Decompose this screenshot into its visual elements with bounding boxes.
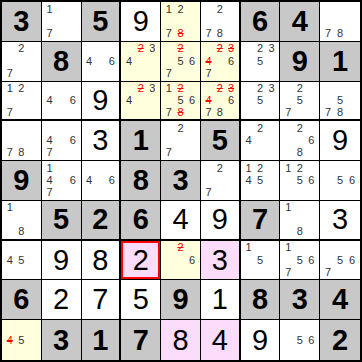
given-digit: 3	[172, 166, 188, 195]
cell-r9c2[interactable]: 3	[42, 320, 82, 360]
candidate-slot-empty	[16, 214, 28, 226]
candidate-3: 3	[147, 43, 159, 55]
candidate-4: 4	[243, 135, 255, 147]
candidate-7: 7	[4, 67, 16, 79]
candidate-grid: 278	[203, 3, 237, 40]
candidate-slot-empty	[254, 187, 266, 199]
candidate-4: 4	[243, 174, 255, 186]
cell-r4c8[interactable]: 268	[280, 121, 320, 161]
candidate-slot-empty	[186, 83, 198, 95]
candidate-slot-empty	[16, 242, 28, 254]
candidate-slot-empty	[163, 122, 175, 134]
candidate-slot-empty	[294, 346, 306, 359]
cell-r6c2[interactable]: 5	[42, 201, 82, 241]
candidate-slot-empty	[266, 187, 278, 199]
cell-r3c8[interactable]: 257	[280, 82, 320, 122]
candidate-slot-empty	[282, 122, 294, 134]
eliminated-candidate-2: 2	[214, 83, 225, 95]
candidate-slot-empty	[294, 242, 306, 254]
candidate-slot-empty	[186, 67, 198, 79]
candidate-slot-empty	[266, 55, 278, 67]
candidate-grid: 24	[243, 122, 278, 159]
candidate-2: 2	[294, 83, 306, 95]
candidate-slot-empty	[27, 266, 39, 278]
candidate-7: 7	[44, 28, 56, 40]
cell-r4c3[interactable]: 3	[82, 121, 122, 161]
cell-r3c7[interactable]: 235	[241, 82, 281, 122]
candidate-grid: 46	[84, 162, 118, 199]
candidate-slot-empty	[322, 162, 334, 174]
candidate-grid: 15	[243, 242, 278, 279]
cell-r7c7[interactable]: 15	[241, 241, 281, 281]
candidate-slot-empty	[123, 43, 135, 55]
candidate-slot-empty	[135, 67, 147, 79]
cell-r8c8[interactable]: 3	[280, 280, 320, 320]
candidate-grid: 18	[4, 202, 39, 238]
given-digit: 9	[13, 166, 29, 195]
candidate-slot-empty	[135, 55, 147, 67]
candidate-slot-empty	[175, 15, 187, 27]
candidate-slot-empty	[266, 147, 278, 159]
cell-r5c5[interactable]: 3	[161, 161, 201, 201]
candidate-slot-empty	[203, 15, 214, 27]
candidate-slot-empty	[4, 55, 16, 67]
candidate-grid: 23467	[203, 43, 237, 80]
cell-r9c6[interactable]: 4	[201, 320, 241, 360]
candidate-slot-empty	[27, 135, 39, 147]
candidate-slot-empty	[55, 187, 67, 199]
cell-r7c6[interactable]: 3	[201, 241, 241, 281]
cell-r6c1[interactable]: 18	[2, 201, 42, 241]
eliminated-candidate-2: 2	[214, 43, 225, 55]
candidate-grid: 46	[84, 43, 118, 80]
cell-r6c5[interactable]: 4	[161, 201, 201, 241]
given-digit: 1	[133, 126, 149, 155]
candidate-slot-empty	[55, 106, 67, 118]
candidate-slot-empty	[55, 83, 67, 95]
cell-r1c5[interactable]: 1278	[161, 2, 201, 42]
candidate-slot-empty	[27, 346, 39, 359]
candidate-slot-empty	[4, 226, 16, 238]
candidate-slot-empty	[225, 187, 236, 199]
given-digit: 6	[133, 205, 149, 234]
candidate-slot-empty	[67, 187, 79, 199]
candidate-slot-empty	[346, 28, 358, 40]
candidate-slot-empty	[266, 162, 278, 174]
candidate-slot-empty	[27, 334, 39, 347]
candidate-slot-empty	[123, 67, 135, 79]
candidate-slot-empty	[306, 83, 318, 95]
given-digit: 5	[92, 7, 108, 36]
candidate-slot-empty	[346, 15, 358, 27]
candidate-slot-empty	[16, 346, 28, 359]
candidate-5: 5	[294, 254, 306, 266]
candidate-slot-empty	[203, 174, 214, 186]
candidate-1: 1	[282, 202, 294, 214]
candidate-7: 7	[44, 187, 56, 199]
candidate-slot-empty	[306, 321, 318, 334]
candidate-6: 6	[306, 174, 318, 186]
candidate-grid: 234678	[203, 83, 237, 119]
candidate-slot-empty	[55, 122, 67, 134]
cell-r1c2[interactable]: 17	[42, 2, 82, 42]
candidate-slot-empty	[27, 122, 39, 134]
given-digit: 5	[53, 205, 69, 234]
candidate-slot-empty	[266, 122, 278, 134]
candidate-2: 2	[214, 3, 225, 15]
candidate-6: 6	[306, 254, 318, 266]
candidate-slot-empty	[147, 106, 159, 118]
cell-r7c9[interactable]: 567	[320, 241, 360, 281]
cell-r8c4[interactable]: 5	[121, 280, 161, 320]
cell-r9c8[interactable]: 56	[280, 320, 320, 360]
candidate-slot-empty	[322, 174, 334, 186]
candidate-slot-empty	[4, 266, 16, 278]
given-digit: 7	[252, 205, 268, 234]
cell-r4c2[interactable]: 467	[42, 121, 82, 161]
candidate-slot-empty	[67, 28, 79, 40]
cell-r2c2[interactable]: 8	[42, 42, 82, 82]
cell-r6c3[interactable]: 2	[82, 201, 122, 241]
given-digit: 1	[332, 47, 348, 76]
cell-r2c6[interactable]: 23467	[201, 42, 241, 82]
candidate-5: 5	[294, 334, 306, 347]
cell-r3c3[interactable]: 9	[82, 82, 122, 122]
candidate-grid: 56	[322, 162, 358, 199]
candidate-slot-empty	[282, 83, 294, 95]
candidate-slot-empty	[27, 202, 39, 214]
cell-r9c4[interactable]: 7	[121, 320, 161, 360]
candidate-7: 7	[203, 106, 214, 118]
candidate-grid: 1467	[44, 162, 79, 199]
candidate-slot-empty	[282, 135, 294, 147]
candidate-1: 1	[243, 162, 255, 174]
candidate-slot-empty	[294, 266, 306, 278]
candidate-slot-empty	[225, 15, 236, 27]
solved-digit: 2	[53, 285, 69, 314]
candidate-slot-empty	[147, 67, 159, 79]
eliminated-candidate-2: 2	[175, 242, 187, 254]
cell-r6c8[interactable]: 18	[280, 201, 320, 241]
given-digit: 3	[292, 285, 308, 314]
cell-r1c6[interactable]: 278	[201, 2, 241, 42]
given-digit: 6	[252, 7, 268, 36]
candidate-8: 8	[294, 147, 306, 159]
eliminated-candidate-2: 2	[135, 83, 147, 95]
candidate-slot-empty	[27, 254, 39, 266]
cell-r5c6[interactable]: 27	[201, 161, 241, 201]
candidate-slot-empty	[16, 266, 28, 278]
cell-r4c9[interactable]: 9	[320, 121, 360, 161]
cell-r5c9[interactable]: 56	[320, 161, 360, 201]
cell-r8c1[interactable]: 6	[2, 280, 42, 320]
cell-r8c7[interactable]: 8	[241, 280, 281, 320]
candidate-grid: 567	[322, 242, 358, 279]
candidate-8: 8	[334, 28, 346, 40]
candidate-5: 5	[16, 254, 28, 266]
candidate-5: 5	[254, 55, 266, 67]
cell-r2c7[interactable]: 235	[241, 42, 281, 82]
candidate-8: 8	[334, 106, 346, 118]
candidate-slot-empty	[27, 83, 39, 95]
candidate-slot-empty	[27, 106, 39, 118]
cell-r6c7[interactable]: 7	[241, 201, 281, 241]
candidate-7: 7	[322, 28, 334, 40]
cell-r2c4[interactable]: 234	[121, 42, 161, 82]
cell-r9c9[interactable]: 2	[320, 320, 360, 360]
candidate-slot-empty	[306, 187, 318, 199]
candidate-slot-empty	[67, 83, 79, 95]
candidate-6: 6	[67, 174, 79, 186]
candidate-4: 4	[84, 55, 95, 67]
candidate-slot-empty	[346, 106, 358, 118]
cell-r6c9[interactable]: 3	[320, 201, 360, 241]
candidate-7: 7	[163, 67, 175, 79]
cell-r3c5[interactable]: 125678	[161, 82, 201, 122]
cell-r1c7[interactable]: 6	[241, 2, 281, 42]
candidate-grid: 56	[282, 321, 317, 359]
candidate-slot-empty	[84, 162, 95, 174]
solved-digit: 9	[212, 205, 228, 234]
candidate-slot-empty	[4, 242, 16, 254]
candidate-slot-empty	[306, 106, 318, 118]
cell-r1c4[interactable]: 9	[121, 2, 161, 42]
eliminated-candidate-8: 8	[175, 28, 187, 40]
solved-digit: 9	[133, 7, 149, 36]
cell-r4c6[interactable]: 5	[201, 121, 241, 161]
cell-r5c3[interactable]: 46	[82, 161, 122, 201]
cell-r2c5[interactable]: 2567	[161, 42, 201, 82]
candidate-slot-empty	[175, 147, 187, 159]
solved-digit: 2	[133, 246, 149, 275]
candidate-1: 1	[44, 162, 56, 174]
cell-r3c4[interactable]: 234	[121, 82, 161, 122]
candidate-slot-empty	[67, 122, 79, 134]
candidate-slot-empty	[282, 174, 294, 186]
cell-r5c7[interactable]: 1245	[241, 161, 281, 201]
candidate-slot-empty	[282, 147, 294, 159]
candidate-slot-empty	[123, 83, 135, 95]
cell-r8c6[interactable]: 1	[201, 280, 241, 320]
given-digit: 9	[172, 285, 188, 314]
candidate-slot-empty	[282, 214, 294, 226]
candidate-7: 7	[322, 106, 334, 118]
candidate-1: 1	[163, 83, 175, 95]
candidate-slot-empty	[254, 67, 266, 79]
cell-r9c7[interactable]: 9	[241, 320, 281, 360]
cell-r5c2[interactable]: 1467	[42, 161, 82, 201]
candidate-slot-empty	[175, 135, 187, 147]
candidate-grid: 26	[163, 242, 198, 279]
cell-r2c3[interactable]: 46	[82, 42, 122, 82]
cell-r7c8[interactable]: 1567	[280, 241, 320, 281]
candidate-slot-empty	[67, 15, 79, 27]
cell-r7c4-selected[interactable]: 2	[121, 241, 161, 281]
cell-r7c5[interactable]: 26	[161, 241, 201, 281]
candidate-slot-empty	[55, 135, 67, 147]
cell-r4c7[interactable]: 24	[241, 121, 281, 161]
cell-r7c3[interactable]: 8	[82, 241, 122, 281]
candidate-slot-empty	[147, 55, 159, 67]
eliminated-candidate-3: 3	[225, 83, 236, 95]
cell-r1c9[interactable]: 78	[320, 2, 360, 42]
cell-r8c3[interactable]: 7	[82, 280, 122, 320]
candidate-slot-empty	[55, 28, 67, 40]
candidate-slot-empty	[106, 162, 117, 174]
candidate-1: 1	[44, 3, 56, 15]
cell-r5c4[interactable]: 8	[121, 161, 161, 201]
candidate-grid: 234	[123, 83, 158, 119]
candidate-slot-empty	[16, 202, 28, 214]
candidate-grid: 45	[4, 242, 39, 279]
candidate-slot-empty	[266, 67, 278, 79]
candidate-8: 8	[16, 226, 28, 238]
cell-r2c9[interactable]: 1	[320, 42, 360, 82]
candidate-slot-empty	[282, 334, 294, 347]
candidate-slot-empty	[346, 162, 358, 174]
candidate-slot-empty	[84, 43, 95, 55]
candidate-slot-empty	[294, 214, 306, 226]
candidate-slot-empty	[135, 94, 147, 106]
cell-r2c8[interactable]: 9	[280, 42, 320, 82]
candidate-slot-empty	[294, 321, 306, 334]
candidate-slot-empty	[322, 83, 334, 95]
candidate-slot-empty	[322, 242, 334, 254]
candidate-4: 4	[44, 94, 56, 106]
candidate-slot-empty	[334, 187, 346, 199]
cell-r4c4[interactable]: 1	[121, 121, 161, 161]
cell-r3c9[interactable]: 578	[320, 82, 360, 122]
candidate-slot-empty	[4, 122, 16, 134]
cell-r5c1[interactable]: 9	[2, 161, 42, 201]
candidate-slot-empty	[163, 254, 175, 266]
candidate-2: 2	[175, 122, 187, 134]
candidate-slot-empty	[27, 226, 39, 238]
candidate-slot-empty	[214, 174, 225, 186]
cell-r6c6[interactable]: 9	[201, 201, 241, 241]
candidate-slot-empty	[163, 55, 175, 67]
candidate-slot-empty	[254, 242, 266, 254]
candidate-grid: 17	[44, 3, 79, 40]
candidate-slot-empty	[243, 254, 255, 266]
given-digit: 7	[133, 326, 149, 355]
candidate-slot-empty	[334, 162, 346, 174]
cell-r4c5[interactable]: 27	[161, 121, 201, 161]
candidate-2: 2	[16, 83, 28, 95]
candidate-5: 5	[334, 174, 346, 186]
candidate-slot-empty	[294, 106, 306, 118]
candidate-slot-empty	[16, 321, 28, 334]
cell-r3c1[interactable]: 127	[2, 82, 42, 122]
candidate-slot-empty	[346, 266, 358, 278]
candidate-grid: 45	[4, 321, 39, 359]
candidate-2: 2	[254, 122, 266, 134]
cell-r7c2[interactable]: 9	[42, 241, 82, 281]
candidate-slot-empty	[282, 187, 294, 199]
candidate-2: 2	[294, 162, 306, 174]
candidate-5: 5	[294, 94, 306, 106]
candidate-slot-empty	[67, 106, 79, 118]
candidate-6: 6	[186, 55, 198, 67]
candidate-slot-empty	[27, 67, 39, 79]
cell-r7c1[interactable]: 45	[2, 241, 42, 281]
candidate-slot-empty	[27, 55, 39, 67]
candidate-grid: 467	[44, 122, 79, 159]
candidate-slot-empty	[186, 28, 198, 40]
candidate-slot-empty	[95, 174, 106, 186]
cell-r9c3[interactable]: 1	[82, 320, 122, 360]
candidate-slot-empty	[27, 147, 39, 159]
candidate-8: 8	[214, 28, 225, 40]
cell-r1c1[interactable]: 3	[2, 2, 42, 42]
candidate-slot-empty	[186, 106, 198, 118]
candidate-7: 7	[203, 28, 214, 40]
candidate-7: 7	[282, 106, 294, 118]
candidate-slot-empty	[186, 147, 198, 159]
candidate-grid: 268	[282, 122, 317, 159]
cell-r9c5[interactable]: 8	[161, 320, 201, 360]
solved-digit: 9	[332, 126, 348, 155]
cell-r9c1[interactable]: 45	[2, 320, 42, 360]
candidate-1: 1	[163, 3, 175, 15]
solved-digit: 5	[133, 285, 149, 314]
cell-r2c1[interactable]: 27	[2, 42, 42, 82]
candidate-5: 5	[254, 94, 266, 106]
candidate-slot-empty	[214, 67, 225, 79]
cell-r3c6[interactable]: 234678	[201, 82, 241, 122]
cell-r1c3[interactable]: 5	[82, 2, 122, 42]
candidate-slot-empty	[266, 254, 278, 266]
candidate-2: 2	[16, 43, 28, 55]
candidate-slot-empty	[306, 202, 318, 214]
candidate-grid: 2567	[163, 43, 198, 80]
candidate-slot-empty	[306, 147, 318, 159]
candidate-grid: 578	[322, 83, 358, 119]
candidate-grid: 1567	[282, 242, 317, 279]
cell-r8c5[interactable]: 9	[161, 280, 201, 320]
candidate-slot-empty	[4, 321, 16, 334]
candidate-7: 7	[163, 147, 175, 159]
cell-r1c8[interactable]: 4	[280, 2, 320, 42]
given-digit: 8	[133, 166, 149, 195]
given-digit: 4	[292, 7, 308, 36]
candidate-slot-empty	[282, 254, 294, 266]
cell-r5c8[interactable]: 1256	[280, 161, 320, 201]
candidate-slot-empty	[214, 187, 225, 199]
candidate-slot-empty	[334, 15, 346, 27]
candidate-slot-empty	[4, 214, 16, 226]
candidate-slot-empty	[254, 147, 266, 159]
candidate-4: 4	[44, 135, 56, 147]
cell-r8c2[interactable]: 2	[42, 280, 82, 320]
candidate-slot-empty	[95, 67, 106, 79]
cell-r4c1[interactable]: 78	[2, 121, 42, 161]
cell-r3c2[interactable]: 46	[42, 82, 82, 122]
candidate-slot-empty	[254, 266, 266, 278]
candidate-slot-empty	[306, 122, 318, 134]
candidate-slot-empty	[306, 346, 318, 359]
eliminated-candidate-2: 2	[175, 43, 187, 55]
candidate-slot-empty	[4, 43, 16, 55]
candidate-slot-empty	[16, 106, 28, 118]
cell-r8c9[interactable]: 4	[320, 280, 360, 320]
candidate-5: 5	[175, 94, 187, 106]
cell-r6c4[interactable]: 6	[121, 201, 161, 241]
candidate-slot-empty	[186, 43, 198, 55]
candidate-slot-empty	[175, 67, 187, 79]
candidate-slot-empty	[203, 43, 214, 55]
candidate-6: 6	[346, 174, 358, 186]
